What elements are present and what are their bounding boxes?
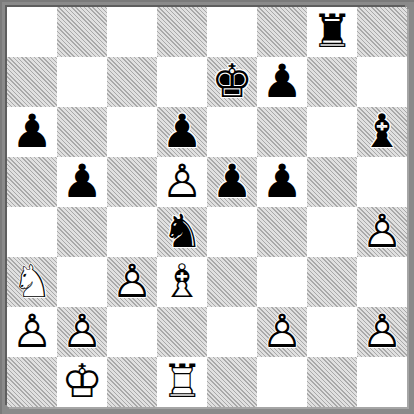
square-g3[interactable] bbox=[307, 257, 357, 307]
square-e4[interactable] bbox=[207, 207, 257, 257]
square-b5[interactable]: ♟ bbox=[57, 157, 107, 207]
white-bishop-icon: ♝♗ bbox=[157, 257, 207, 307]
square-f3[interactable] bbox=[257, 257, 307, 307]
square-b3[interactable] bbox=[57, 257, 107, 307]
white-pawn-icon: ♟♙ bbox=[7, 307, 57, 357]
square-g5[interactable] bbox=[307, 157, 357, 207]
black-pawn-icon: ♟ bbox=[157, 107, 207, 157]
square-g1[interactable] bbox=[307, 357, 357, 407]
square-e7[interactable]: ♚ bbox=[207, 57, 257, 107]
square-d7[interactable] bbox=[157, 57, 207, 107]
square-a1[interactable] bbox=[7, 357, 57, 407]
white-pawn-icon: ♟♙ bbox=[357, 207, 407, 257]
square-a4[interactable] bbox=[7, 207, 57, 257]
square-d5[interactable]: ♟♙ bbox=[157, 157, 207, 207]
square-a6[interactable]: ♟ bbox=[7, 107, 57, 157]
square-g2[interactable] bbox=[307, 307, 357, 357]
square-h6[interactable]: ♝ bbox=[357, 107, 407, 157]
square-c7[interactable] bbox=[107, 57, 157, 107]
square-h8[interactable] bbox=[357, 7, 407, 57]
square-f1[interactable] bbox=[257, 357, 307, 407]
white-pawn-icon: ♟♙ bbox=[157, 157, 207, 207]
square-a3[interactable]: ♞♘ bbox=[7, 257, 57, 307]
white-pawn-icon: ♟♙ bbox=[257, 307, 307, 357]
black-king-icon: ♚ bbox=[207, 57, 257, 107]
white-rook-icon: ♜♖ bbox=[157, 357, 207, 407]
square-d8[interactable] bbox=[157, 7, 207, 57]
square-b7[interactable] bbox=[57, 57, 107, 107]
black-pawn-icon: ♟ bbox=[57, 157, 107, 207]
square-f7[interactable]: ♟ bbox=[257, 57, 307, 107]
square-f2[interactable]: ♟♙ bbox=[257, 307, 307, 357]
black-pawn-icon: ♟ bbox=[7, 107, 57, 157]
black-pawn-icon: ♟ bbox=[257, 157, 307, 207]
square-h3[interactable] bbox=[357, 257, 407, 307]
square-b1[interactable]: ♚♔ bbox=[57, 357, 107, 407]
chess-board: ♜♚♟♟♟♝♟♟♙♟♟♞♟♙♞♘♟♙♝♗♟♙♟♙♟♙♟♙♚♔♜♖ bbox=[7, 7, 407, 407]
square-c6[interactable] bbox=[107, 107, 157, 157]
square-d4[interactable]: ♞ bbox=[157, 207, 207, 257]
white-pawn-icon: ♟♙ bbox=[107, 257, 157, 307]
white-knight-icon: ♞♘ bbox=[7, 257, 57, 307]
square-e5[interactable]: ♟ bbox=[207, 157, 257, 207]
square-h4[interactable]: ♟♙ bbox=[357, 207, 407, 257]
square-b6[interactable] bbox=[57, 107, 107, 157]
square-f8[interactable] bbox=[257, 7, 307, 57]
square-g6[interactable] bbox=[307, 107, 357, 157]
square-c3[interactable]: ♟♙ bbox=[107, 257, 157, 307]
square-e8[interactable] bbox=[207, 7, 257, 57]
square-f4[interactable] bbox=[257, 207, 307, 257]
square-e2[interactable] bbox=[207, 307, 257, 357]
square-h1[interactable] bbox=[357, 357, 407, 407]
square-g8[interactable]: ♜ bbox=[307, 7, 357, 57]
square-d6[interactable]: ♟ bbox=[157, 107, 207, 157]
square-d1[interactable]: ♜♖ bbox=[157, 357, 207, 407]
square-h5[interactable] bbox=[357, 157, 407, 207]
square-a2[interactable]: ♟♙ bbox=[7, 307, 57, 357]
square-h2[interactable]: ♟♙ bbox=[357, 307, 407, 357]
square-d3[interactable]: ♝♗ bbox=[157, 257, 207, 307]
square-a8[interactable] bbox=[7, 7, 57, 57]
black-pawn-icon: ♟ bbox=[207, 157, 257, 207]
square-f6[interactable] bbox=[257, 107, 307, 157]
black-knight-icon: ♞ bbox=[157, 207, 207, 257]
square-e1[interactable] bbox=[207, 357, 257, 407]
black-pawn-icon: ♟ bbox=[257, 57, 307, 107]
square-b4[interactable] bbox=[57, 207, 107, 257]
square-b2[interactable]: ♟♙ bbox=[57, 307, 107, 357]
square-c5[interactable] bbox=[107, 157, 157, 207]
square-e3[interactable] bbox=[207, 257, 257, 307]
black-rook-icon: ♜ bbox=[307, 7, 357, 57]
square-c4[interactable] bbox=[107, 207, 157, 257]
square-f5[interactable]: ♟ bbox=[257, 157, 307, 207]
chess-board-frame: ♜♚♟♟♟♝♟♟♙♟♟♞♟♙♞♘♟♙♝♗♟♙♟♙♟♙♟♙♚♔♜♖ bbox=[0, 0, 414, 414]
white-king-icon: ♚♔ bbox=[57, 357, 107, 407]
square-c8[interactable] bbox=[107, 7, 157, 57]
white-pawn-icon: ♟♙ bbox=[357, 307, 407, 357]
black-bishop-icon: ♝ bbox=[357, 107, 407, 157]
square-c1[interactable] bbox=[107, 357, 157, 407]
white-pawn-icon: ♟♙ bbox=[57, 307, 107, 357]
square-c2[interactable] bbox=[107, 307, 157, 357]
square-d2[interactable] bbox=[157, 307, 207, 357]
square-h7[interactable] bbox=[357, 57, 407, 107]
square-a7[interactable] bbox=[7, 57, 57, 107]
square-b8[interactable] bbox=[57, 7, 107, 57]
square-e6[interactable] bbox=[207, 107, 257, 157]
square-a5[interactable] bbox=[7, 157, 57, 207]
square-g4[interactable] bbox=[307, 207, 357, 257]
square-g7[interactable] bbox=[307, 57, 357, 107]
